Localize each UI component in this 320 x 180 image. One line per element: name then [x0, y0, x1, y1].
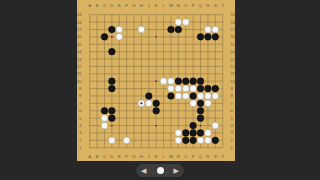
stone-white-S8	[212, 93, 219, 100]
coord-label: 16	[77, 34, 82, 39]
coord-label: 12	[231, 64, 236, 69]
stone-white-N18	[175, 19, 182, 26]
stone-white-N2	[175, 137, 182, 144]
stone-white-S17	[212, 26, 219, 33]
coord-label: T	[221, 3, 224, 8]
coord-label: H	[140, 3, 143, 8]
stone-white-R3	[205, 130, 212, 137]
stone-black-N17	[175, 26, 182, 33]
stone-black-N10	[175, 78, 182, 85]
stone-white-P7	[190, 100, 197, 107]
coord-label: D	[110, 3, 113, 8]
goban-area: AABBCCDDEEFFGGHHJJKKLLMMNNOOPPQQRRSSTT19…	[0, 0, 320, 180]
coord-label: T	[221, 154, 224, 159]
goban[interactable]: AABBCCDDEEFFGGHHJJKKLLMMNNOOPPQQRRSSTT19…	[0, 0, 320, 180]
stone-white-M9	[168, 85, 175, 92]
star-point-K16	[155, 36, 157, 38]
coord-label: C	[103, 3, 106, 8]
stone-black-P10	[190, 78, 197, 85]
stone-white-J7	[145, 100, 152, 107]
stone-white-Q2	[197, 137, 204, 144]
stone-black-Q6	[197, 107, 204, 114]
stone-black-R9	[205, 85, 212, 92]
coord-label: S	[214, 3, 217, 8]
stone-white-C4	[101, 122, 108, 129]
stone-black-O2	[182, 137, 189, 144]
coord-label: A	[88, 154, 91, 159]
coord-label: 18	[231, 20, 236, 25]
stone-black-P4	[190, 122, 197, 129]
stone-black-Q9	[197, 85, 204, 92]
stone-white-R17	[205, 26, 212, 33]
star-point-Q4	[200, 125, 202, 127]
stone-black-Q10	[197, 78, 204, 85]
star-point-K4	[155, 125, 157, 127]
next-move-button[interactable]: ▶	[174, 164, 179, 177]
coord-label: 17	[77, 27, 82, 32]
stone-black-D14	[109, 48, 116, 55]
coord-label: R	[206, 3, 209, 8]
stone-black-D5	[109, 115, 116, 122]
stone-white-O8	[182, 93, 189, 100]
coord-label: M	[169, 3, 173, 8]
coord-label: 18	[77, 20, 82, 25]
coord-label: 15	[77, 42, 82, 47]
stone-black-M8	[168, 93, 175, 100]
coord-label: K	[155, 154, 158, 159]
stone-black-D6	[109, 107, 116, 114]
coord-label: R	[206, 154, 209, 159]
current-move-button[interactable]	[157, 167, 164, 174]
coord-label: J	[148, 154, 150, 159]
coord-label: J	[148, 3, 150, 8]
stone-white-R2	[205, 137, 212, 144]
stone-black-C16	[101, 34, 108, 41]
stone-white-N9	[175, 85, 182, 92]
coord-label: K	[155, 3, 158, 8]
stone-white-F2	[123, 137, 130, 144]
stone-black-S2	[212, 137, 219, 144]
coord-label: C	[103, 154, 106, 159]
coord-label: 17	[231, 27, 236, 32]
stone-black-K6	[153, 107, 160, 114]
stone-white-E17	[116, 26, 123, 33]
coord-label: N	[177, 3, 180, 8]
stone-white-H17	[138, 26, 145, 33]
stone-black-D9	[109, 85, 116, 92]
stone-black-P3	[190, 130, 197, 137]
star-point-K10	[155, 80, 157, 82]
coord-label: 19	[231, 12, 236, 17]
stone-black-K7	[153, 100, 160, 107]
stone-white-P9	[190, 85, 197, 92]
stone-black-Q5	[197, 115, 204, 122]
stone-black-M17	[168, 26, 175, 33]
stone-white-R8	[205, 93, 212, 100]
coord-label: N	[177, 154, 180, 159]
stone-black-O10	[182, 78, 189, 85]
stone-black-J8	[145, 93, 152, 100]
coord-label: H	[140, 154, 143, 159]
star-point-D4	[111, 125, 113, 127]
stone-black-Q7	[197, 100, 204, 107]
coord-label: B	[96, 3, 99, 8]
stone-black-D10	[109, 78, 116, 85]
coord-label: 13	[77, 57, 82, 62]
stone-black-C6	[101, 107, 108, 114]
stone-black-D17	[109, 26, 116, 33]
coord-label: P	[192, 154, 195, 159]
coord-label: P	[192, 3, 195, 8]
stone-black-S16	[212, 34, 219, 41]
coord-label: 16	[231, 34, 236, 39]
stone-black-O3	[182, 130, 189, 137]
coord-label: D	[110, 154, 113, 159]
coord-label: E	[118, 3, 121, 8]
red-marker	[111, 36, 113, 38]
stone-white-S4	[212, 122, 219, 129]
coord-label: 13	[231, 57, 236, 62]
coord-label: 11	[231, 71, 236, 76]
coord-label: 12	[77, 64, 82, 69]
coord-label: 11	[77, 71, 82, 76]
prev-move-button[interactable]: ◀	[141, 164, 146, 177]
stone-white-R7	[205, 100, 212, 107]
stone-white-D2	[109, 137, 116, 144]
coord-label: 10	[231, 79, 236, 84]
coord-label: F	[125, 3, 128, 8]
stone-white-N8	[175, 93, 182, 100]
stone-black-P2	[190, 137, 197, 144]
stone-white-Q8	[197, 93, 204, 100]
coord-label: 10	[77, 79, 82, 84]
coord-label: 19	[77, 12, 82, 17]
coord-label: 14	[77, 49, 82, 54]
stone-white-O9	[182, 85, 189, 92]
coord-label: F	[125, 154, 128, 159]
coord-label: M	[169, 154, 173, 159]
coord-label: 15	[231, 42, 236, 47]
stone-black-Q16	[197, 34, 204, 41]
coord-label: S	[214, 154, 217, 159]
coord-label: E	[118, 154, 121, 159]
stone-white-E16	[116, 34, 123, 41]
stone-white-N3	[175, 130, 182, 137]
coord-label: A	[88, 3, 91, 8]
coord-label: B	[96, 154, 99, 159]
stone-black-P8	[190, 93, 197, 100]
stone-black-Q3	[197, 130, 204, 137]
stone-white-O18	[182, 19, 189, 26]
stone-white-C5	[101, 115, 108, 122]
move-nav-bar: ◀ ▶	[136, 164, 184, 177]
stone-black-S9	[212, 85, 219, 92]
stone-black-R16	[205, 34, 212, 41]
app-window: AABBCCDDEEFFGGHHJJKKLLMMNNOOPPQQRRSSTT19…	[0, 0, 320, 180]
coord-label: 14	[231, 49, 236, 54]
stone-white-L10	[160, 78, 167, 85]
stone-white-M10	[168, 78, 175, 85]
last-move-marker	[140, 102, 142, 104]
